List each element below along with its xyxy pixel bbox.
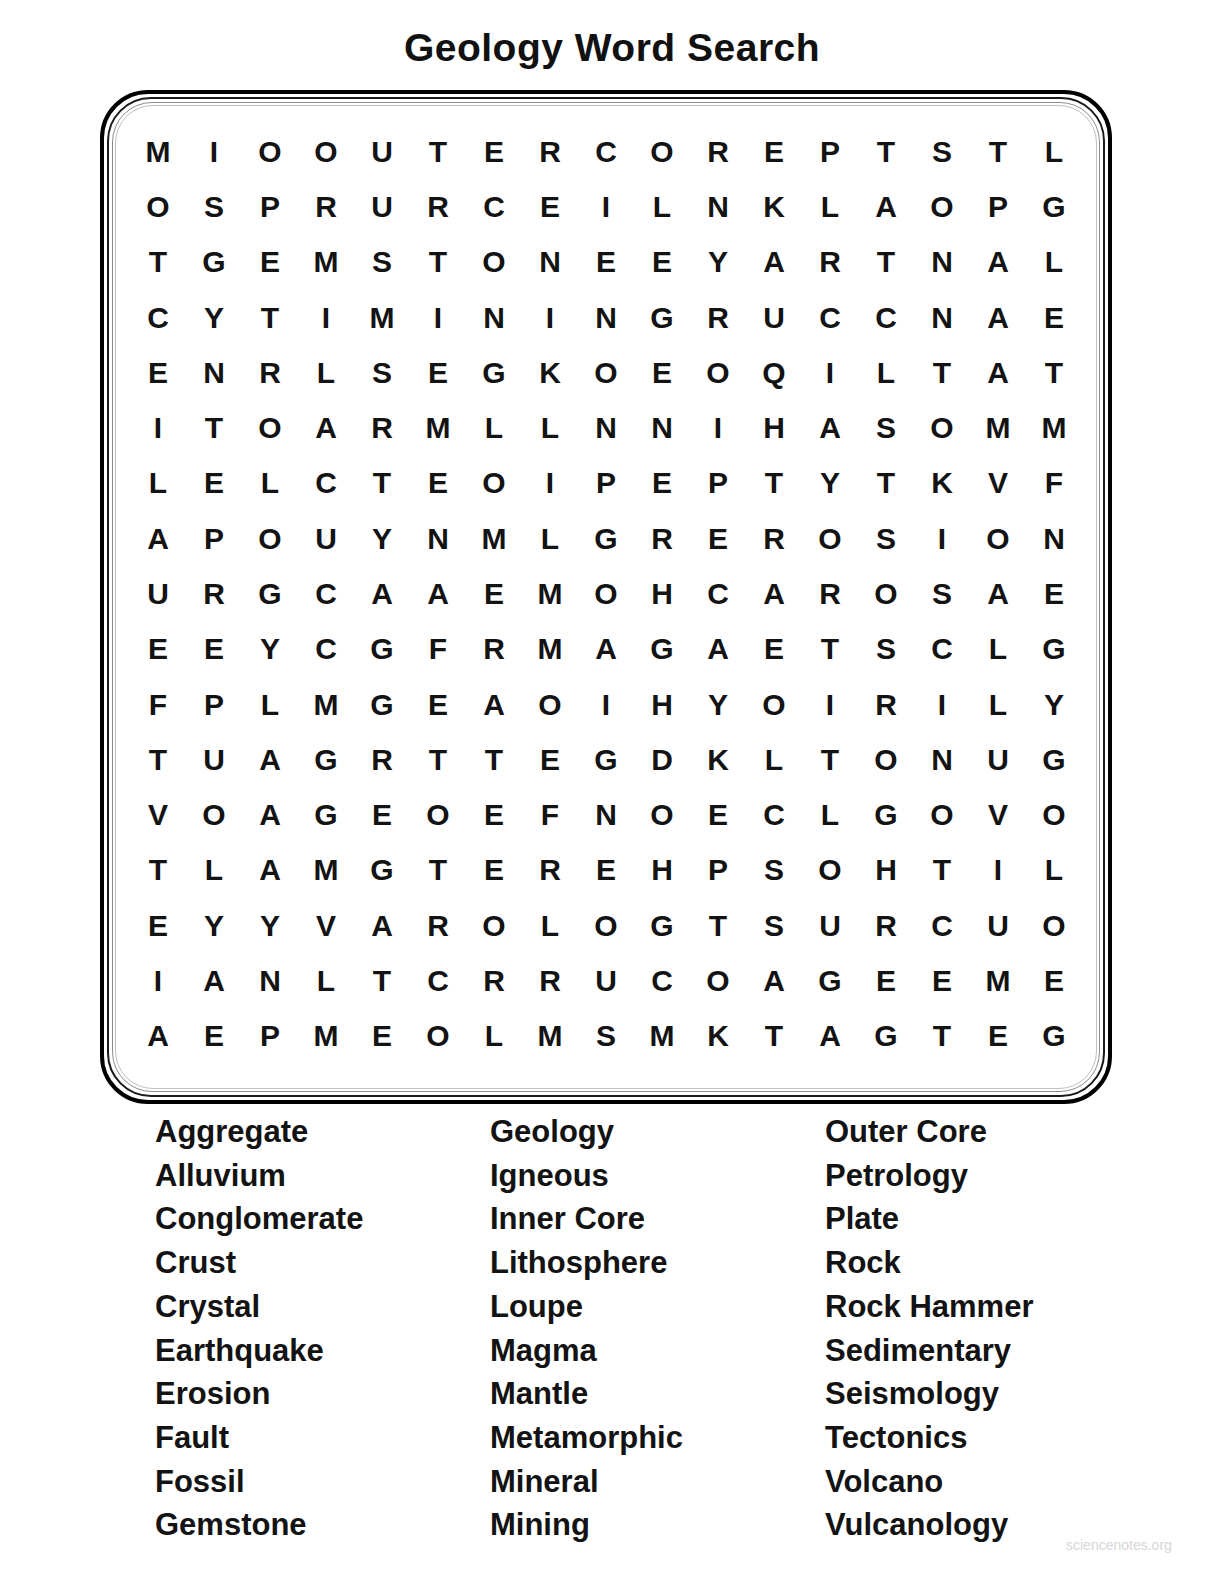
grid-cell-r15c2: Y <box>186 898 242 953</box>
grid-cell-r8c14: S <box>858 511 914 566</box>
grid-cell-r2c4: R <box>298 179 354 234</box>
grid-cell-r2c8: E <box>522 179 578 234</box>
grid-cell-r2c16: P <box>970 179 1026 234</box>
grid-cell-r2c5: U <box>354 179 410 234</box>
word-list-item: Gemstone <box>155 1503 490 1547</box>
grid-cell-r13c13: L <box>802 788 858 843</box>
grid-cell-r4c6: I <box>410 290 466 345</box>
grid-cell-r9c16: A <box>970 566 1026 621</box>
grid-cell-r14c9: E <box>578 843 634 898</box>
grid-cell-r10c3: Y <box>242 622 298 677</box>
grid-cell-r3c2: G <box>186 235 242 290</box>
grid-cell-r17c16: E <box>970 1009 1026 1064</box>
grid-cell-r10c10: G <box>634 622 690 677</box>
grid-cell-r11c13: I <box>802 677 858 732</box>
grid-cell-r7c17: F <box>1026 456 1082 511</box>
grid-cell-r8c7: M <box>466 511 522 566</box>
grid-cell-r2c15: O <box>914 179 970 234</box>
grid-cell-r15c7: O <box>466 898 522 953</box>
grid-cell-r15c3: Y <box>242 898 298 953</box>
grid-cell-r3c16: A <box>970 235 1026 290</box>
grid-cell-r6c11: I <box>690 400 746 455</box>
grid-cell-r3c8: N <box>522 235 578 290</box>
grid-cell-r17c4: M <box>298 1009 354 1064</box>
grid-cell-r7c5: T <box>354 456 410 511</box>
grid-cell-r16c8: R <box>522 953 578 1008</box>
grid-cell-r17c14: G <box>858 1009 914 1064</box>
grid-cell-r8c3: O <box>242 511 298 566</box>
grid-cell-r5c4: L <box>298 345 354 400</box>
grid-cell-r6c3: O <box>242 400 298 455</box>
word-list-item: Igneous <box>490 1154 825 1198</box>
word-list-item: Seismology <box>825 1372 1160 1416</box>
grid-cell-r7c7: O <box>466 456 522 511</box>
grid-cell-r1c5: U <box>354 124 410 179</box>
word-list-item: Fossil <box>155 1460 490 1504</box>
grid-cell-r9c6: A <box>410 566 466 621</box>
grid-cell-r10c12: E <box>746 622 802 677</box>
grid-cell-r11c14: R <box>858 677 914 732</box>
grid-cell-r17c2: E <box>186 1009 242 1064</box>
grid-cell-r7c6: E <box>410 456 466 511</box>
grid-cell-r15c9: O <box>578 898 634 953</box>
word-list-item: Alluvium <box>155 1154 490 1198</box>
grid-cell-r16c11: O <box>690 953 746 1008</box>
grid-cell-r3c13: R <box>802 235 858 290</box>
grid-cell-r9c10: H <box>634 566 690 621</box>
grid-cell-r9c5: A <box>354 566 410 621</box>
grid-cell-r13c3: A <box>242 788 298 843</box>
grid-cell-r10c16: L <box>970 622 1026 677</box>
grid-cell-r15c13: U <box>802 898 858 953</box>
word-list-item: Tectonics <box>825 1416 1160 1460</box>
grid-cell-r1c10: O <box>634 124 690 179</box>
grid-cell-r13c9: N <box>578 788 634 843</box>
grid-cell-r6c7: L <box>466 400 522 455</box>
grid-cell-r1c11: R <box>690 124 746 179</box>
grid-cell-r9c1: U <box>130 566 186 621</box>
grid-cell-r13c14: G <box>858 788 914 843</box>
grid-cell-r8c4: U <box>298 511 354 566</box>
grid-cell-r12c5: R <box>354 732 410 787</box>
grid-cell-r3c9: E <box>578 235 634 290</box>
grid-cell-r9c7: E <box>466 566 522 621</box>
grid-cell-r2c2: S <box>186 179 242 234</box>
grid-cell-r3c6: T <box>410 235 466 290</box>
grid-cell-r10c8: M <box>522 622 578 677</box>
grid-cell-r11c6: E <box>410 677 466 732</box>
grid-cell-r1c6: T <box>410 124 466 179</box>
grid-cell-r6c15: O <box>914 400 970 455</box>
grid-cell-r16c7: R <box>466 953 522 1008</box>
grid-cell-r5c5: S <box>354 345 410 400</box>
grid-cell-r14c8: R <box>522 843 578 898</box>
grid-cell-r7c4: C <box>298 456 354 511</box>
grid-cell-r11c16: L <box>970 677 1026 732</box>
grid-cell-r9c17: E <box>1026 566 1082 621</box>
grid-cell-r13c2: O <box>186 788 242 843</box>
board-frame-ring-4: MIOOUTERCOREPTSTLOSPRURCEILNKLAOPGTGEMST… <box>115 105 1097 1089</box>
grid-cell-r15c16: U <box>970 898 1026 953</box>
grid-cell-r15c17: O <box>1026 898 1082 953</box>
grid-cell-r8c12: R <box>746 511 802 566</box>
grid-cell-r11c15: I <box>914 677 970 732</box>
grid-cell-r5c15: T <box>914 345 970 400</box>
grid-cell-r5c10: E <box>634 345 690 400</box>
grid-cell-r16c13: G <box>802 953 858 1008</box>
grid-cell-r9c2: R <box>186 566 242 621</box>
word-list-item: Erosion <box>155 1372 490 1416</box>
grid-cell-r15c6: R <box>410 898 466 953</box>
grid-cell-r9c3: G <box>242 566 298 621</box>
grid-cell-r4c5: M <box>354 290 410 345</box>
grid-cell-r12c1: T <box>130 732 186 787</box>
grid-cell-r12c4: G <box>298 732 354 787</box>
word-list-item: Outer Core <box>825 1110 1160 1154</box>
word-list-item: Rock <box>825 1241 1160 1285</box>
grid-cell-r17c12: T <box>746 1009 802 1064</box>
word-list-item: Rock Hammer <box>825 1285 1160 1329</box>
grid-cell-r6c10: N <box>634 400 690 455</box>
grid-cell-r17c10: M <box>634 1009 690 1064</box>
grid-cell-r7c3: L <box>242 456 298 511</box>
grid-cell-r14c14: H <box>858 843 914 898</box>
grid-cell-r13c17: O <box>1026 788 1082 843</box>
grid-cell-r7c1: L <box>130 456 186 511</box>
grid-cell-r6c6: M <box>410 400 466 455</box>
grid-cell-r8c17: N <box>1026 511 1082 566</box>
grid-cell-r4c14: C <box>858 290 914 345</box>
grid-cell-r3c5: S <box>354 235 410 290</box>
grid-cell-r14c3: A <box>242 843 298 898</box>
grid-cell-r9c11: C <box>690 566 746 621</box>
grid-cell-r6c1: I <box>130 400 186 455</box>
grid-cell-r7c13: Y <box>802 456 858 511</box>
grid-cell-r3c15: N <box>914 235 970 290</box>
grid-cell-r15c8: L <box>522 898 578 953</box>
grid-cell-r14c1: T <box>130 843 186 898</box>
grid-cell-r5c9: O <box>578 345 634 400</box>
grid-cell-r11c17: Y <box>1026 677 1082 732</box>
grid-cell-r5c2: N <box>186 345 242 400</box>
word-list-item: Petrology <box>825 1154 1160 1198</box>
grid-cell-r4c8: I <box>522 290 578 345</box>
grid-cell-r7c10: E <box>634 456 690 511</box>
grid-cell-r10c5: G <box>354 622 410 677</box>
word-list-item: Mining <box>490 1503 825 1547</box>
grid-cell-r2c3: P <box>242 179 298 234</box>
grid-cell-r3c4: M <box>298 235 354 290</box>
grid-cell-r7c2: E <box>186 456 242 511</box>
grid-cell-r12c3: A <box>242 732 298 787</box>
grid-cell-r10c9: A <box>578 622 634 677</box>
grid-cell-r9c13: R <box>802 566 858 621</box>
grid-cell-r3c3: E <box>242 235 298 290</box>
grid-cell-r10c2: E <box>186 622 242 677</box>
grid-cell-r1c17: L <box>1026 124 1082 179</box>
grid-cell-r5c13: I <box>802 345 858 400</box>
grid-cell-r8c16: O <box>970 511 1026 566</box>
page-title: Geology Word Search <box>0 26 1224 70</box>
grid-cell-r14c11: P <box>690 843 746 898</box>
grid-cell-r11c1: F <box>130 677 186 732</box>
grid-cell-r2c7: C <box>466 179 522 234</box>
grid-cell-r12c10: D <box>634 732 690 787</box>
letter-grid: MIOOUTERCOREPTSTLOSPRURCEILNKLAOPGTGEMST… <box>130 124 1082 1064</box>
grid-cell-r14c4: M <box>298 843 354 898</box>
grid-cell-r8c11: E <box>690 511 746 566</box>
grid-cell-r11c11: Y <box>690 677 746 732</box>
grid-cell-r13c5: E <box>354 788 410 843</box>
word-list-item: Metamorphic <box>490 1416 825 1460</box>
grid-cell-r12c16: U <box>970 732 1026 787</box>
grid-cell-r1c16: T <box>970 124 1026 179</box>
grid-cell-r5c8: K <box>522 345 578 400</box>
grid-cell-r12c6: T <box>410 732 466 787</box>
grid-cell-r4c10: G <box>634 290 690 345</box>
grid-cell-r10c4: C <box>298 622 354 677</box>
grid-cell-r7c9: P <box>578 456 634 511</box>
grid-cell-r6c17: M <box>1026 400 1082 455</box>
grid-cell-r1c7: E <box>466 124 522 179</box>
grid-cell-r12c14: O <box>858 732 914 787</box>
grid-cell-r10c7: R <box>466 622 522 677</box>
grid-cell-r8c8: L <box>522 511 578 566</box>
grid-cell-r2c9: I <box>578 179 634 234</box>
grid-cell-r1c13: P <box>802 124 858 179</box>
grid-cell-r14c13: O <box>802 843 858 898</box>
grid-cell-r17c5: E <box>354 1009 410 1064</box>
grid-cell-r11c2: P <box>186 677 242 732</box>
grid-cell-r7c11: P <box>690 456 746 511</box>
grid-cell-r12c7: T <box>466 732 522 787</box>
grid-cell-r15c15: C <box>914 898 970 953</box>
grid-cell-r2c6: R <box>410 179 466 234</box>
grid-cell-r14c10: H <box>634 843 690 898</box>
grid-cell-r16c5: T <box>354 953 410 1008</box>
grid-cell-r2c10: L <box>634 179 690 234</box>
grid-cell-r1c8: R <box>522 124 578 179</box>
grid-cell-r4c9: N <box>578 290 634 345</box>
grid-cell-r2c11: N <box>690 179 746 234</box>
grid-cell-r11c9: I <box>578 677 634 732</box>
grid-cell-r13c6: O <box>410 788 466 843</box>
grid-cell-r4c16: A <box>970 290 1026 345</box>
grid-cell-r7c12: T <box>746 456 802 511</box>
grid-cell-r4c11: R <box>690 290 746 345</box>
grid-cell-r16c4: L <box>298 953 354 1008</box>
word-list-item: Conglomerate <box>155 1197 490 1241</box>
grid-cell-r16c6: C <box>410 953 466 1008</box>
grid-cell-r11c7: A <box>466 677 522 732</box>
grid-cell-r4c15: N <box>914 290 970 345</box>
grid-cell-r9c4: C <box>298 566 354 621</box>
word-list-column-3: Outer CorePetrologyPlateRockRock HammerS… <box>825 1110 1160 1547</box>
grid-cell-r7c14: T <box>858 456 914 511</box>
grid-cell-r11c12: O <box>746 677 802 732</box>
grid-cell-r12c17: G <box>1026 732 1082 787</box>
board-frame-ring-2: MIOOUTERCOREPTSTLOSPRURCEILNKLAOPGTGEMST… <box>107 97 1105 1097</box>
grid-cell-r1c1: M <box>130 124 186 179</box>
grid-cell-r13c10: O <box>634 788 690 843</box>
grid-cell-r4c3: T <box>242 290 298 345</box>
grid-cell-r2c1: O <box>130 179 186 234</box>
grid-cell-r11c4: M <box>298 677 354 732</box>
grid-cell-r2c17: G <box>1026 179 1082 234</box>
grid-cell-r9c9: O <box>578 566 634 621</box>
grid-cell-r12c2: U <box>186 732 242 787</box>
grid-cell-r8c5: Y <box>354 511 410 566</box>
grid-cell-r12c9: G <box>578 732 634 787</box>
grid-cell-r15c11: T <box>690 898 746 953</box>
grid-cell-r5c11: O <box>690 345 746 400</box>
grid-cell-r8c10: R <box>634 511 690 566</box>
word-list-item: Loupe <box>490 1285 825 1329</box>
grid-cell-r1c9: C <box>578 124 634 179</box>
word-list-item: Crust <box>155 1241 490 1285</box>
word-list-column-2: GeologyIgneousInner CoreLithosphereLoupe… <box>490 1110 825 1547</box>
grid-cell-r14c15: T <box>914 843 970 898</box>
grid-cell-r14c16: I <box>970 843 1026 898</box>
word-list-item: Magma <box>490 1329 825 1373</box>
board-frame-ring-3: MIOOUTERCOREPTSTLOSPRURCEILNKLAOPGTGEMST… <box>112 102 1100 1092</box>
word-list-item: Inner Core <box>490 1197 825 1241</box>
grid-cell-r3c12: A <box>746 235 802 290</box>
grid-cell-r17c7: L <box>466 1009 522 1064</box>
grid-cell-r16c15: E <box>914 953 970 1008</box>
grid-cell-r10c1: E <box>130 622 186 677</box>
grid-cell-r2c14: A <box>858 179 914 234</box>
grid-cell-r14c6: T <box>410 843 466 898</box>
grid-cell-r8c6: N <box>410 511 466 566</box>
grid-cell-r13c16: V <box>970 788 1026 843</box>
grid-cell-r16c14: E <box>858 953 914 1008</box>
grid-cell-r6c5: R <box>354 400 410 455</box>
grid-cell-r10c6: F <box>410 622 466 677</box>
grid-cell-r6c4: A <box>298 400 354 455</box>
grid-cell-r17c11: K <box>690 1009 746 1064</box>
word-list-item: Fault <box>155 1416 490 1460</box>
grid-cell-r16c10: C <box>634 953 690 1008</box>
word-list-item: Aggregate <box>155 1110 490 1154</box>
grid-cell-r14c2: L <box>186 843 242 898</box>
grid-cell-r11c5: G <box>354 677 410 732</box>
word-list-item: Volcano <box>825 1460 1160 1504</box>
grid-cell-r10c11: A <box>690 622 746 677</box>
grid-cell-r15c4: V <box>298 898 354 953</box>
grid-cell-r13c1: V <box>130 788 186 843</box>
grid-cell-r14c12: S <box>746 843 802 898</box>
grid-cell-r7c8: I <box>522 456 578 511</box>
grid-cell-r5c3: R <box>242 345 298 400</box>
grid-cell-r9c14: O <box>858 566 914 621</box>
grid-cell-r4c7: N <box>466 290 522 345</box>
grid-cell-r13c4: G <box>298 788 354 843</box>
grid-cell-r4c13: C <box>802 290 858 345</box>
grid-cell-r10c13: T <box>802 622 858 677</box>
grid-cell-r3c1: T <box>130 235 186 290</box>
grid-cell-r12c13: T <box>802 732 858 787</box>
puzzle-board-frame: MIOOUTERCOREPTSTLOSPRURCEILNKLAOPGTGEMST… <box>100 90 1112 1104</box>
grid-cell-r7c15: K <box>914 456 970 511</box>
grid-cell-r16c16: M <box>970 953 1026 1008</box>
grid-cell-r6c2: T <box>186 400 242 455</box>
grid-cell-r2c13: L <box>802 179 858 234</box>
grid-cell-r1c15: S <box>914 124 970 179</box>
grid-cell-r16c2: A <box>186 953 242 1008</box>
grid-cell-r6c12: H <box>746 400 802 455</box>
grid-cell-r6c13: A <box>802 400 858 455</box>
word-list-column-1: AggregateAlluviumConglomerateCrustCrysta… <box>155 1110 490 1547</box>
grid-cell-r1c2: I <box>186 124 242 179</box>
grid-cell-r16c17: E <box>1026 953 1082 1008</box>
grid-cell-r3c10: E <box>634 235 690 290</box>
grid-cell-r5c14: L <box>858 345 914 400</box>
grid-cell-r6c14: S <box>858 400 914 455</box>
grid-cell-r16c9: U <box>578 953 634 1008</box>
grid-cell-r16c3: N <box>242 953 298 1008</box>
grid-cell-r13c11: E <box>690 788 746 843</box>
watermark-text: sciencenotes.org <box>1066 1537 1172 1553</box>
grid-cell-r4c2: Y <box>186 290 242 345</box>
grid-cell-r15c10: G <box>634 898 690 953</box>
grid-cell-r13c8: F <box>522 788 578 843</box>
grid-cell-r6c8: L <box>522 400 578 455</box>
grid-cell-r8c15: I <box>914 511 970 566</box>
grid-cell-r4c12: U <box>746 290 802 345</box>
grid-cell-r3c14: T <box>858 235 914 290</box>
word-list-item: Earthquake <box>155 1329 490 1373</box>
grid-cell-r11c8: O <box>522 677 578 732</box>
grid-cell-r12c12: L <box>746 732 802 787</box>
grid-cell-r5c12: Q <box>746 345 802 400</box>
word-list-item: Geology <box>490 1110 825 1154</box>
grid-cell-r8c1: A <box>130 511 186 566</box>
grid-cell-r1c3: O <box>242 124 298 179</box>
grid-cell-r4c1: C <box>130 290 186 345</box>
grid-cell-r16c1: I <box>130 953 186 1008</box>
grid-cell-r5c17: T <box>1026 345 1082 400</box>
grid-cell-r15c14: R <box>858 898 914 953</box>
grid-cell-r17c3: P <box>242 1009 298 1064</box>
word-list-item: Plate <box>825 1197 1160 1241</box>
grid-cell-r15c1: E <box>130 898 186 953</box>
grid-cell-r4c4: I <box>298 290 354 345</box>
grid-cell-r14c7: E <box>466 843 522 898</box>
grid-cell-r10c17: G <box>1026 622 1082 677</box>
grid-cell-r17c6: O <box>410 1009 466 1064</box>
grid-cell-r11c10: H <box>634 677 690 732</box>
grid-cell-r15c5: A <box>354 898 410 953</box>
word-list-item: Lithosphere <box>490 1241 825 1285</box>
grid-cell-r17c1: A <box>130 1009 186 1064</box>
grid-cell-r5c16: A <box>970 345 1026 400</box>
word-list-item: Mantle <box>490 1372 825 1416</box>
word-list-item: Sedimentary <box>825 1329 1160 1373</box>
grid-cell-r12c11: K <box>690 732 746 787</box>
grid-cell-r6c9: N <box>578 400 634 455</box>
word-list: AggregateAlluviumConglomerateCrustCrysta… <box>155 1110 1160 1547</box>
grid-cell-r13c7: E <box>466 788 522 843</box>
grid-cell-r8c2: P <box>186 511 242 566</box>
grid-cell-r17c13: A <box>802 1009 858 1064</box>
grid-cell-r2c12: K <box>746 179 802 234</box>
grid-cell-r1c4: O <box>298 124 354 179</box>
grid-cell-r5c6: E <box>410 345 466 400</box>
grid-cell-r12c8: E <box>522 732 578 787</box>
grid-cell-r13c15: O <box>914 788 970 843</box>
grid-cell-r4c17: E <box>1026 290 1082 345</box>
